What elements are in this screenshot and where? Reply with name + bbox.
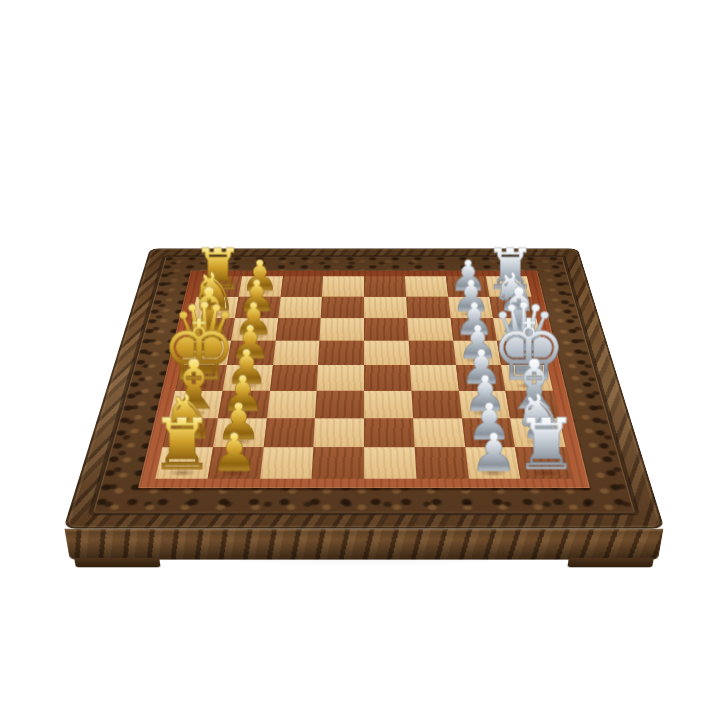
square-g6[interactable] (413, 418, 465, 447)
square-a4[interactable] (322, 276, 364, 296)
product-photo: ♜♟♟♜♞♟♟♞♝♟♟♝♛♟♟♛♚♟♟♚♝♟♟♝♞♟♟♞♜♟♟♜ (0, 0, 720, 720)
square-d5[interactable] (364, 341, 410, 365)
square-b6[interactable] (406, 297, 450, 318)
square-c3[interactable] (275, 318, 321, 341)
board-front-edge (64, 529, 663, 560)
piece-silver-pawn-h7[interactable]: ♟ (471, 429, 518, 477)
square-h7[interactable]: ♟ (465, 447, 521, 478)
square-c6[interactable] (407, 318, 453, 341)
square-e4[interactable] (317, 365, 364, 391)
square-g3[interactable] (263, 418, 315, 447)
square-b5[interactable] (364, 297, 407, 318)
square-h8[interactable]: ♜ (515, 447, 573, 478)
square-a6[interactable] (405, 276, 448, 296)
square-g4[interactable] (314, 418, 364, 447)
square-a3[interactable] (280, 276, 323, 296)
square-c4[interactable] (320, 318, 364, 341)
square-d4[interactable] (318, 341, 364, 365)
square-h2[interactable]: ♟ (207, 447, 263, 478)
scene-3d: ♜♟♟♜♞♟♟♞♝♟♟♝♛♟♟♛♚♟♟♚♝♟♟♝♞♟♟♞♜♟♟♜ (114, 115, 614, 615)
square-a5[interactable] (364, 276, 406, 296)
square-f5[interactable] (364, 391, 413, 418)
piece-gold-pawn-h2[interactable]: ♟ (210, 429, 257, 477)
square-f6[interactable] (411, 391, 461, 418)
square-g5[interactable] (364, 418, 414, 447)
square-e6[interactable] (410, 365, 459, 391)
board-foot-left (74, 558, 160, 568)
square-h5[interactable] (364, 447, 416, 478)
board-foot-right (567, 558, 653, 568)
square-d3[interactable] (273, 341, 320, 365)
piece-silver-rook-h8[interactable]: ♜ (515, 412, 578, 477)
square-f4[interactable] (315, 391, 364, 418)
square-f3[interactable] (266, 391, 316, 418)
piece-gold-rook-h1[interactable]: ♜ (150, 412, 213, 477)
square-d6[interactable] (408, 341, 455, 365)
square-e3[interactable] (270, 365, 319, 391)
chess-board: ♜♟♟♜♞♟♟♞♝♟♟♝♛♟♟♛♚♟♟♚♝♟♟♝♞♟♟♞♜♟♟♜ (63, 248, 664, 528)
square-h4[interactable] (312, 447, 364, 478)
square-e5[interactable] (364, 365, 411, 391)
square-h1[interactable]: ♜ (155, 447, 213, 478)
square-h6[interactable] (414, 447, 468, 478)
square-c5[interactable] (364, 318, 408, 341)
board-grid: ♜♟♟♜♞♟♟♞♝♟♟♝♛♟♟♛♚♟♟♚♝♟♟♝♞♟♟♞♜♟♟♜ (155, 276, 573, 478)
square-h3[interactable] (260, 447, 314, 478)
square-b4[interactable] (321, 297, 364, 318)
square-b3[interactable] (278, 297, 322, 318)
